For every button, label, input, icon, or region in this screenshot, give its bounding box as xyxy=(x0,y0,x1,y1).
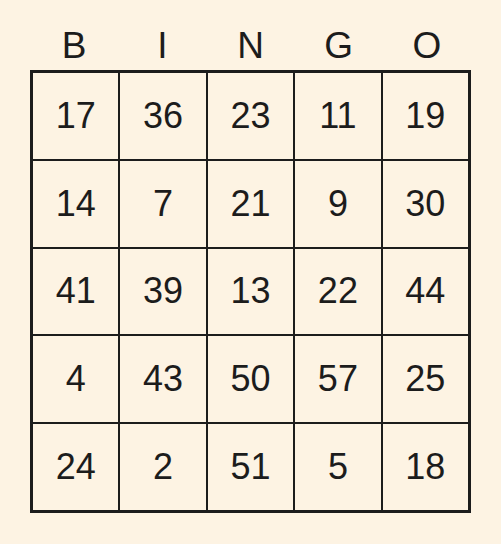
bingo-cell-r1c4[interactable]: 11 xyxy=(294,72,381,160)
bingo-cell-r4c3[interactable]: 50 xyxy=(207,335,294,423)
bingo-cell-r1c3[interactable]: 23 xyxy=(207,72,294,160)
bingo-cell-r5c1[interactable]: 24 xyxy=(32,423,119,511)
bingo-header: B I N G O xyxy=(30,0,471,70)
header-letter-i: I xyxy=(157,25,167,67)
bingo-cell-r1c1[interactable]: 17 xyxy=(32,72,119,160)
bingo-cell-r4c1[interactable]: 4 xyxy=(32,335,119,423)
bingo-cell-r1c5[interactable]: 19 xyxy=(382,72,469,160)
bingo-cell-r2c1[interactable]: 14 xyxy=(32,160,119,248)
header-letter-n: N xyxy=(237,25,264,67)
bingo-cell-r3c1[interactable]: 41 xyxy=(32,248,119,336)
bingo-cell-r5c3[interactable]: 51 xyxy=(207,423,294,511)
bingo-grid: 17 36 23 11 19 14 7 21 9 30 41 39 13 22 … xyxy=(30,70,471,513)
bingo-cell-r1c2[interactable]: 36 xyxy=(119,72,206,160)
bingo-cell-r2c5[interactable]: 30 xyxy=(382,160,469,248)
bingo-card: B I N G O 17 36 23 11 19 14 7 21 9 30 41… xyxy=(30,0,471,513)
header-letter-o: O xyxy=(413,25,442,67)
bingo-cell-r2c4[interactable]: 9 xyxy=(294,160,381,248)
bingo-cell-r5c5[interactable]: 18 xyxy=(382,423,469,511)
bingo-cell-r2c3[interactable]: 21 xyxy=(207,160,294,248)
bingo-cell-r4c2[interactable]: 43 xyxy=(119,335,206,423)
header-letter-b: B xyxy=(62,25,87,67)
bingo-cell-r5c4[interactable]: 5 xyxy=(294,423,381,511)
bingo-cell-r3c5[interactable]: 44 xyxy=(382,248,469,336)
bingo-cell-r2c2[interactable]: 7 xyxy=(119,160,206,248)
header-letter-g: G xyxy=(324,25,353,67)
bingo-cell-r5c2[interactable]: 2 xyxy=(119,423,206,511)
bingo-cell-r4c4[interactable]: 57 xyxy=(294,335,381,423)
bingo-cell-r3c2[interactable]: 39 xyxy=(119,248,206,336)
page-background: { "game": "bingo", "position": "17,36,23… xyxy=(0,0,501,544)
bingo-cell-r3c3[interactable]: 13 xyxy=(207,248,294,336)
bingo-cell-r4c5[interactable]: 25 xyxy=(382,335,469,423)
bingo-cell-r3c4[interactable]: 22 xyxy=(294,248,381,336)
